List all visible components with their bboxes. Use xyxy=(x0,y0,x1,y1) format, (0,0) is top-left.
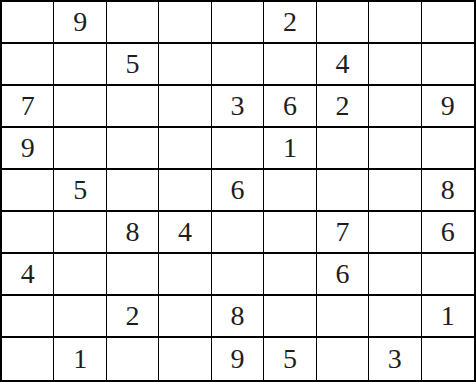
cell-r2c7[interactable]: 4 xyxy=(317,44,369,86)
cell-r5c1[interactable] xyxy=(2,170,54,212)
given-digit: 7 xyxy=(335,218,349,246)
cell-r1c4[interactable] xyxy=(159,2,211,44)
cell-r6c3[interactable]: 8 xyxy=(107,212,159,254)
given-digit: 5 xyxy=(126,50,140,78)
cell-r3c6[interactable]: 6 xyxy=(264,86,316,128)
cell-r8c7[interactable] xyxy=(317,296,369,338)
cell-r1c1[interactable] xyxy=(2,2,54,44)
cell-r4c6[interactable]: 1 xyxy=(264,128,316,170)
given-digit: 7 xyxy=(21,92,35,120)
cell-r4c9[interactable] xyxy=(422,128,474,170)
given-digit: 2 xyxy=(283,8,297,36)
cell-r9c5[interactable]: 9 xyxy=(212,338,264,380)
given-digit: 4 xyxy=(21,260,35,288)
cell-r5c7[interactable] xyxy=(317,170,369,212)
cell-r2c8[interactable] xyxy=(369,44,421,86)
given-digit: 5 xyxy=(283,345,297,373)
cell-r5c2[interactable]: 5 xyxy=(54,170,106,212)
given-digit: 1 xyxy=(283,134,297,162)
given-digit: 6 xyxy=(441,218,455,246)
cell-r9c2[interactable]: 1 xyxy=(54,338,106,380)
given-digit: 6 xyxy=(230,176,244,204)
given-digit: 8 xyxy=(441,176,455,204)
given-digit: 9 xyxy=(441,92,455,120)
cell-r2c6[interactable] xyxy=(264,44,316,86)
cell-r1c3[interactable] xyxy=(107,2,159,44)
cell-r4c4[interactable] xyxy=(159,128,211,170)
cell-r1c6[interactable]: 2 xyxy=(264,2,316,44)
cell-r3c8[interactable] xyxy=(369,86,421,128)
cell-r6c5[interactable] xyxy=(212,212,264,254)
given-digit: 8 xyxy=(230,302,244,330)
given-digit: 9 xyxy=(21,134,35,162)
cell-r5c8[interactable] xyxy=(369,170,421,212)
cell-r6c8[interactable] xyxy=(369,212,421,254)
cell-r3c3[interactable] xyxy=(107,86,159,128)
cell-r3c2[interactable] xyxy=(54,86,106,128)
cell-r7c2[interactable] xyxy=(54,254,106,296)
given-digit: 1 xyxy=(73,345,87,373)
cell-r6c6[interactable] xyxy=(264,212,316,254)
cell-r6c2[interactable] xyxy=(54,212,106,254)
cell-r4c1[interactable]: 9 xyxy=(2,128,54,170)
given-digit: 5 xyxy=(73,176,87,204)
cell-r3c5[interactable]: 3 xyxy=(212,86,264,128)
given-digit: 2 xyxy=(335,92,349,120)
given-digit: 8 xyxy=(126,218,140,246)
cell-r1c2[interactable]: 9 xyxy=(54,2,106,44)
cell-r7c6[interactable] xyxy=(264,254,316,296)
cell-r9c8[interactable]: 3 xyxy=(369,338,421,380)
cell-r6c1[interactable] xyxy=(2,212,54,254)
cell-r8c6[interactable] xyxy=(264,296,316,338)
cell-r7c3[interactable] xyxy=(107,254,159,296)
given-digit: 6 xyxy=(283,92,297,120)
cell-r5c4[interactable] xyxy=(159,170,211,212)
cell-r8c5[interactable]: 8 xyxy=(212,296,264,338)
cell-r6c7[interactable]: 7 xyxy=(317,212,369,254)
cell-r7c8[interactable] xyxy=(369,254,421,296)
cell-r6c9[interactable]: 6 xyxy=(422,212,474,254)
given-digit: 6 xyxy=(335,260,349,288)
cell-r8c9[interactable]: 1 xyxy=(422,296,474,338)
given-digit: 4 xyxy=(335,50,349,78)
cell-r6c4[interactable]: 4 xyxy=(159,212,211,254)
given-digit: 3 xyxy=(230,92,244,120)
cell-r9c4[interactable] xyxy=(159,338,211,380)
cell-r8c2[interactable] xyxy=(54,296,106,338)
cell-r7c4[interactable] xyxy=(159,254,211,296)
cell-r8c3[interactable]: 2 xyxy=(107,296,159,338)
cell-r3c1[interactable]: 7 xyxy=(2,86,54,128)
cell-r2c4[interactable] xyxy=(159,44,211,86)
cell-r5c6[interactable] xyxy=(264,170,316,212)
cell-r5c5[interactable]: 6 xyxy=(212,170,264,212)
cell-r7c9[interactable] xyxy=(422,254,474,296)
cell-r1c5[interactable] xyxy=(212,2,264,44)
cell-r3c7[interactable]: 2 xyxy=(317,86,369,128)
cell-r2c5[interactable] xyxy=(212,44,264,86)
cell-r3c4[interactable] xyxy=(159,86,211,128)
cell-r7c5[interactable] xyxy=(212,254,264,296)
given-digit: 3 xyxy=(388,345,402,373)
cell-r8c1[interactable] xyxy=(2,296,54,338)
cell-r9c6[interactable]: 5 xyxy=(264,338,316,380)
given-digit: 1 xyxy=(441,302,455,330)
cell-r9c1[interactable] xyxy=(2,338,54,380)
cell-r9c7[interactable] xyxy=(317,338,369,380)
cell-r9c9[interactable] xyxy=(422,338,474,380)
given-digit: 9 xyxy=(230,345,244,373)
cell-r2c2[interactable] xyxy=(54,44,106,86)
cell-r4c5[interactable] xyxy=(212,128,264,170)
given-digit: 2 xyxy=(126,302,140,330)
given-digit: 4 xyxy=(178,218,192,246)
cell-r1c8[interactable] xyxy=(369,2,421,44)
cell-r8c8[interactable] xyxy=(369,296,421,338)
given-digit: 9 xyxy=(73,8,87,36)
cell-r3c9[interactable]: 9 xyxy=(422,86,474,128)
cell-r1c7[interactable] xyxy=(317,2,369,44)
sudoku-board: 925473629915688476462811953 xyxy=(0,0,476,382)
cell-r4c8[interactable] xyxy=(369,128,421,170)
cell-r2c9[interactable] xyxy=(422,44,474,86)
cell-r4c3[interactable] xyxy=(107,128,159,170)
cell-r4c2[interactable] xyxy=(54,128,106,170)
cell-r7c1[interactable]: 4 xyxy=(2,254,54,296)
cell-r9c3[interactable] xyxy=(107,338,159,380)
cell-r5c9[interactable]: 8 xyxy=(422,170,474,212)
cell-r7c7[interactable]: 6 xyxy=(317,254,369,296)
cell-r2c3[interactable]: 5 xyxy=(107,44,159,86)
cell-r1c9[interactable] xyxy=(422,2,474,44)
cell-r5c3[interactable] xyxy=(107,170,159,212)
cell-r8c4[interactable] xyxy=(159,296,211,338)
cell-r4c7[interactable] xyxy=(317,128,369,170)
cell-r2c1[interactable] xyxy=(2,44,54,86)
